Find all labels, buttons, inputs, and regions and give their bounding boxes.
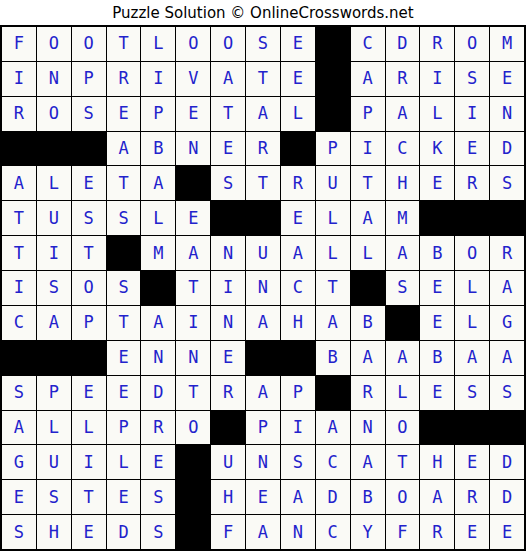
letter-cell: S xyxy=(211,166,245,200)
block-cell xyxy=(176,480,210,514)
letter-cell: R xyxy=(281,166,315,200)
letter-cell: N xyxy=(141,341,175,375)
letter-cell: G xyxy=(490,306,524,340)
letter-cell: C xyxy=(351,27,385,61)
letter-cell: T xyxy=(2,236,36,270)
letter-cell: I xyxy=(72,445,106,479)
letter-cell: U xyxy=(37,201,71,235)
letter-cell: K xyxy=(420,132,454,166)
letter-cell: E xyxy=(420,306,454,340)
letter-cell: E xyxy=(420,271,454,305)
letter-cell: N xyxy=(176,132,210,166)
letter-cell: P xyxy=(72,62,106,96)
letter-cell: U xyxy=(211,445,245,479)
letter-cell: O xyxy=(37,27,71,61)
block-cell xyxy=(316,97,350,131)
block-cell xyxy=(281,132,315,166)
block-cell xyxy=(141,271,175,305)
letter-cell: I xyxy=(2,271,36,305)
letter-cell: E xyxy=(176,97,210,131)
block-cell xyxy=(211,201,245,235)
letter-cell: R xyxy=(107,62,141,96)
letter-cell: O xyxy=(176,27,210,61)
letter-cell: A xyxy=(2,411,36,445)
letter-cell: E xyxy=(246,480,280,514)
letter-cell: T xyxy=(316,271,350,305)
block-cell xyxy=(490,411,524,445)
letter-cell: N xyxy=(211,306,245,340)
letter-cell: A xyxy=(316,306,350,340)
letter-cell: P xyxy=(141,97,175,131)
letter-cell: R xyxy=(490,236,524,270)
letter-cell: D xyxy=(141,376,175,410)
letter-cell: R xyxy=(2,97,36,131)
block-cell xyxy=(490,201,524,235)
letter-cell: T xyxy=(107,27,141,61)
letter-cell: E xyxy=(72,515,106,549)
letter-cell: R xyxy=(386,62,420,96)
letter-cell: I xyxy=(281,411,315,445)
letter-cell: S xyxy=(2,376,36,410)
letter-cell: P xyxy=(72,306,106,340)
letter-cell: E xyxy=(107,376,141,410)
letter-cell: D xyxy=(490,445,524,479)
puzzle-solution-page: Puzzle Solution © OnlineCrosswords.net F… xyxy=(0,0,526,551)
letter-cell: R xyxy=(211,376,245,410)
letter-cell: L xyxy=(316,236,350,270)
letter-cell: D xyxy=(490,480,524,514)
letter-cell: E xyxy=(455,132,489,166)
letter-cell: A xyxy=(351,62,385,96)
letter-cell: N xyxy=(246,271,280,305)
letter-cell: T xyxy=(72,236,106,270)
letter-cell: E xyxy=(455,445,489,479)
letter-cell: A xyxy=(455,341,489,375)
letter-cell: M xyxy=(490,27,524,61)
letter-cell: D xyxy=(386,27,420,61)
letter-cell: C xyxy=(386,132,420,166)
letter-cell: L xyxy=(420,97,454,131)
letter-cell: A xyxy=(420,480,454,514)
letter-cell: S xyxy=(72,201,106,235)
block-cell xyxy=(420,201,454,235)
letter-cell: L xyxy=(107,445,141,479)
letter-cell: S xyxy=(141,480,175,514)
letter-cell: U xyxy=(246,236,280,270)
letter-cell: A xyxy=(246,376,280,410)
letter-cell: R xyxy=(455,166,489,200)
letter-cell: O xyxy=(72,27,106,61)
letter-cell: L xyxy=(141,201,175,235)
letter-cell: I xyxy=(2,62,36,96)
letter-cell: O xyxy=(455,27,489,61)
letter-cell: H xyxy=(420,445,454,479)
letter-cell: L xyxy=(455,306,489,340)
letter-cell: I xyxy=(141,62,175,96)
letter-cell: A xyxy=(351,201,385,235)
letter-cell: E xyxy=(281,62,315,96)
letter-cell: S xyxy=(490,166,524,200)
letter-cell: T xyxy=(176,376,210,410)
letter-cell: U xyxy=(316,166,350,200)
letter-cell: T xyxy=(246,166,280,200)
letter-cell: A xyxy=(141,306,175,340)
letter-cell: D xyxy=(316,480,350,514)
letter-cell: A xyxy=(490,271,524,305)
letter-cell: B xyxy=(351,480,385,514)
letter-cell: R xyxy=(351,376,385,410)
letter-cell: E xyxy=(211,132,245,166)
letter-cell: A xyxy=(107,132,141,166)
letter-cell: O xyxy=(176,411,210,445)
letter-cell: A xyxy=(281,480,315,514)
letter-cell: B xyxy=(316,341,350,375)
letter-cell: L xyxy=(281,97,315,131)
block-cell xyxy=(316,62,350,96)
letter-cell: N xyxy=(246,445,280,479)
block-cell xyxy=(176,515,210,549)
letter-cell: A xyxy=(316,411,350,445)
letter-cell: P xyxy=(107,411,141,445)
letter-cell: S xyxy=(141,515,175,549)
letter-cell: S xyxy=(72,97,106,131)
letter-cell: L xyxy=(386,376,420,410)
crossword-grid: FOOTLOOSECDROMINPRIVATEARISEROSEPETALPAL… xyxy=(0,25,526,551)
letter-cell: S xyxy=(107,201,141,235)
letter-cell: A xyxy=(141,166,175,200)
letter-cell: A xyxy=(211,62,245,96)
letter-cell: O xyxy=(455,236,489,270)
letter-cell: E xyxy=(107,97,141,131)
block-cell xyxy=(281,341,315,375)
letter-cell: N xyxy=(37,62,71,96)
block-cell xyxy=(246,341,280,375)
letter-cell: S xyxy=(455,376,489,410)
letter-cell: R xyxy=(455,480,489,514)
letter-cell: E xyxy=(420,166,454,200)
letter-cell: I xyxy=(211,271,245,305)
letter-cell: A xyxy=(490,341,524,375)
letter-cell: E xyxy=(107,341,141,375)
letter-cell: P xyxy=(316,132,350,166)
block-cell xyxy=(176,445,210,479)
letter-cell: O xyxy=(72,271,106,305)
letter-cell: S xyxy=(37,480,71,514)
letter-cell: A xyxy=(176,236,210,270)
letter-cell: A xyxy=(386,341,420,375)
letter-cell: S xyxy=(37,271,71,305)
letter-cell: T xyxy=(107,166,141,200)
letter-cell: R xyxy=(141,411,175,445)
letter-cell: A xyxy=(386,236,420,270)
letter-cell: A xyxy=(281,236,315,270)
letter-cell: T xyxy=(107,306,141,340)
letter-cell: U xyxy=(37,445,71,479)
letter-cell: B xyxy=(420,341,454,375)
letter-cell: G xyxy=(2,445,36,479)
letter-cell: C xyxy=(316,445,350,479)
letter-cell: E xyxy=(420,376,454,410)
letter-cell: I xyxy=(176,306,210,340)
letter-cell: E xyxy=(455,515,489,549)
block-cell xyxy=(107,236,141,270)
letter-cell: L xyxy=(37,411,71,445)
letter-cell: I xyxy=(420,62,454,96)
letter-cell: D xyxy=(107,515,141,549)
letter-cell: E xyxy=(107,480,141,514)
letter-cell: E xyxy=(281,201,315,235)
letter-cell: L xyxy=(72,411,106,445)
letter-cell: E xyxy=(281,27,315,61)
letter-cell: P xyxy=(37,376,71,410)
letter-cell: O xyxy=(386,411,420,445)
letter-cell: E xyxy=(72,376,106,410)
block-cell xyxy=(316,376,350,410)
letter-cell: A xyxy=(2,166,36,200)
letter-cell: C xyxy=(2,306,36,340)
letter-cell: N xyxy=(281,515,315,549)
letter-cell: E xyxy=(176,201,210,235)
letter-cell: V xyxy=(176,62,210,96)
letter-cell: S xyxy=(2,515,36,549)
letter-cell: T xyxy=(211,97,245,131)
letter-cell: T xyxy=(176,271,210,305)
letter-cell: D xyxy=(490,132,524,166)
letter-cell: P xyxy=(281,376,315,410)
letter-cell: Y xyxy=(351,515,385,549)
letter-cell: T xyxy=(246,62,280,96)
letter-cell: F xyxy=(211,515,245,549)
letter-cell: I xyxy=(37,236,71,270)
letter-cell: S xyxy=(490,376,524,410)
letter-cell: T xyxy=(351,166,385,200)
block-cell xyxy=(246,201,280,235)
letter-cell: N xyxy=(211,236,245,270)
letter-cell: L xyxy=(455,271,489,305)
letter-cell: S xyxy=(107,271,141,305)
letter-cell: S xyxy=(281,445,315,479)
letter-cell: E xyxy=(211,341,245,375)
block-cell xyxy=(420,411,454,445)
letter-cell: I xyxy=(351,132,385,166)
letter-cell: B xyxy=(351,306,385,340)
letter-cell: T xyxy=(386,445,420,479)
block-cell xyxy=(37,132,71,166)
block-cell xyxy=(211,411,245,445)
letter-cell: N xyxy=(490,97,524,131)
block-cell xyxy=(176,166,210,200)
letter-cell: A xyxy=(386,97,420,131)
letter-cell: T xyxy=(2,201,36,235)
letter-cell: F xyxy=(2,27,36,61)
letter-cell: S xyxy=(246,27,280,61)
letter-cell: M xyxy=(386,201,420,235)
letter-cell: E xyxy=(2,480,36,514)
letter-cell: P xyxy=(351,97,385,131)
letter-cell: E xyxy=(141,445,175,479)
letter-cell: L xyxy=(316,201,350,235)
letter-cell: B xyxy=(141,132,175,166)
block-cell xyxy=(386,306,420,340)
block-cell xyxy=(72,132,106,166)
block-cell xyxy=(2,132,36,166)
block-cell xyxy=(2,341,36,375)
letter-cell: F xyxy=(386,515,420,549)
letter-cell: B xyxy=(420,236,454,270)
block-cell xyxy=(455,201,489,235)
letter-cell: R xyxy=(246,132,280,166)
letter-cell: E xyxy=(490,62,524,96)
letter-cell: H xyxy=(281,306,315,340)
block-cell xyxy=(455,411,489,445)
letter-cell: R xyxy=(420,515,454,549)
letter-cell: L xyxy=(37,166,71,200)
letter-cell: A xyxy=(351,341,385,375)
letter-cell: I xyxy=(455,97,489,131)
letter-cell: A xyxy=(351,445,385,479)
letter-cell: A xyxy=(37,306,71,340)
letter-cell: A xyxy=(246,97,280,131)
letter-cell: L xyxy=(141,27,175,61)
letter-cell: E xyxy=(72,166,106,200)
letter-cell: T xyxy=(72,480,106,514)
letter-cell: H xyxy=(386,166,420,200)
block-cell xyxy=(37,341,71,375)
letter-cell: H xyxy=(37,515,71,549)
letter-cell: O xyxy=(37,97,71,131)
letter-cell: O xyxy=(386,480,420,514)
block-cell xyxy=(316,27,350,61)
letter-cell: H xyxy=(211,480,245,514)
letter-cell: C xyxy=(316,515,350,549)
letter-cell: P xyxy=(246,411,280,445)
letter-cell: S xyxy=(455,62,489,96)
letter-cell: O xyxy=(211,27,245,61)
page-title: Puzzle Solution © OnlineCrosswords.net xyxy=(0,0,526,25)
letter-cell: A xyxy=(246,515,280,549)
letter-cell: N xyxy=(176,341,210,375)
letter-cell: E xyxy=(490,515,524,549)
block-cell xyxy=(351,271,385,305)
letter-cell: L xyxy=(351,236,385,270)
letter-cell: M xyxy=(141,236,175,270)
letter-cell: R xyxy=(420,27,454,61)
letter-cell: S xyxy=(386,271,420,305)
letter-cell: A xyxy=(246,306,280,340)
block-cell xyxy=(72,341,106,375)
letter-cell: N xyxy=(351,411,385,445)
letter-cell: C xyxy=(281,271,315,305)
